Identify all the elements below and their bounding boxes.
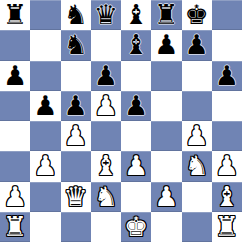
square-f6[interactable]	[151, 61, 181, 91]
square-c4[interactable]: ♟	[61, 121, 91, 151]
square-b4[interactable]	[30, 121, 60, 151]
square-e2[interactable]	[121, 182, 151, 212]
white-pawn-icon: ♟	[215, 151, 239, 181]
square-b1[interactable]	[30, 212, 60, 242]
square-f3[interactable]	[151, 151, 181, 181]
chess-board-wrapper: ♜♞♛♝♜♚♞♝♟♟♟♟♟♟♟♟♟♟♟♟♝♟♞♟♟♛♞♟♝♜♚♜	[0, 0, 242, 242]
square-h5[interactable]	[212, 91, 242, 121]
square-g1[interactable]	[182, 212, 212, 242]
square-g3[interactable]: ♞	[182, 151, 212, 181]
square-b2[interactable]	[30, 182, 60, 212]
white-pawn-icon: ♟	[124, 151, 148, 181]
square-h6[interactable]: ♟	[212, 61, 242, 91]
square-a5[interactable]	[0, 91, 30, 121]
square-c7[interactable]: ♞	[61, 30, 91, 60]
black-bishop-icon: ♝	[124, 30, 148, 60]
square-d6[interactable]: ♟	[91, 61, 121, 91]
square-f1[interactable]	[151, 212, 181, 242]
black-pawn-icon: ♟	[64, 91, 88, 121]
white-bishop-icon: ♝	[215, 182, 239, 212]
black-king-icon: ♚	[185, 0, 209, 30]
white-knight-icon: ♞	[94, 182, 118, 212]
square-a7[interactable]	[0, 30, 30, 60]
square-g5[interactable]	[182, 91, 212, 121]
black-pawn-icon: ♟	[33, 91, 57, 121]
white-pawn-icon: ♟	[64, 121, 88, 151]
square-a8[interactable]: ♜	[0, 0, 30, 30]
square-h2[interactable]: ♝	[212, 182, 242, 212]
white-rook-icon: ♜	[215, 212, 239, 242]
square-f2[interactable]: ♟	[151, 182, 181, 212]
black-rook-icon: ♜	[3, 0, 27, 30]
square-g2[interactable]	[182, 182, 212, 212]
white-pawn-icon: ♟	[154, 182, 178, 212]
white-knight-icon: ♞	[185, 151, 209, 181]
square-f8[interactable]: ♜	[151, 0, 181, 30]
square-d3[interactable]: ♝	[91, 151, 121, 181]
square-d8[interactable]: ♛	[91, 0, 121, 30]
square-a1[interactable]: ♜	[0, 212, 30, 242]
white-king-icon: ♚	[124, 212, 148, 242]
square-b7[interactable]	[30, 30, 60, 60]
square-d1[interactable]	[91, 212, 121, 242]
square-d7[interactable]	[91, 30, 121, 60]
square-f7[interactable]: ♟	[151, 30, 181, 60]
square-d2[interactable]: ♞	[91, 182, 121, 212]
square-e4[interactable]	[121, 121, 151, 151]
square-c3[interactable]	[61, 151, 91, 181]
square-h1[interactable]: ♜	[212, 212, 242, 242]
chess-board: ♜♞♛♝♜♚♞♝♟♟♟♟♟♟♟♟♟♟♟♟♝♟♞♟♟♛♞♟♝♜♚♜	[0, 0, 242, 242]
square-e1[interactable]: ♚	[121, 212, 151, 242]
white-queen-icon: ♛	[64, 182, 88, 212]
black-bishop-icon: ♝	[124, 0, 148, 30]
white-pawn-icon: ♟	[94, 91, 118, 121]
square-a4[interactable]	[0, 121, 30, 151]
square-a6[interactable]: ♟	[0, 61, 30, 91]
square-c1[interactable]	[61, 212, 91, 242]
black-knight-icon: ♞	[64, 0, 88, 30]
square-h7[interactable]	[212, 30, 242, 60]
square-f5[interactable]	[151, 91, 181, 121]
black-pawn-icon: ♟	[94, 61, 118, 91]
white-bishop-icon: ♝	[94, 151, 118, 181]
square-c8[interactable]: ♞	[61, 0, 91, 30]
square-g6[interactable]	[182, 61, 212, 91]
square-a2[interactable]: ♟	[0, 182, 30, 212]
black-pawn-icon: ♟	[185, 30, 209, 60]
white-pawn-icon: ♟	[185, 121, 209, 151]
black-knight-icon: ♞	[64, 30, 88, 60]
square-a3[interactable]	[0, 151, 30, 181]
square-b3[interactable]: ♟	[30, 151, 60, 181]
square-g7[interactable]: ♟	[182, 30, 212, 60]
square-h4[interactable]	[212, 121, 242, 151]
square-e6[interactable]	[121, 61, 151, 91]
square-c5[interactable]: ♟	[61, 91, 91, 121]
square-b5[interactable]: ♟	[30, 91, 60, 121]
square-d4[interactable]	[91, 121, 121, 151]
square-g8[interactable]: ♚	[182, 0, 212, 30]
square-h8[interactable]	[212, 0, 242, 30]
square-f4[interactable]	[151, 121, 181, 151]
black-rook-icon: ♜	[154, 0, 178, 30]
square-e3[interactable]: ♟	[121, 151, 151, 181]
square-e5[interactable]: ♟	[121, 91, 151, 121]
square-d5[interactable]: ♟	[91, 91, 121, 121]
square-c6[interactable]	[61, 61, 91, 91]
black-pawn-icon: ♟	[215, 61, 239, 91]
square-c2[interactable]: ♛	[61, 182, 91, 212]
square-b8[interactable]	[30, 0, 60, 30]
white-pawn-icon: ♟	[3, 182, 27, 212]
black-pawn-icon: ♟	[154, 30, 178, 60]
square-e8[interactable]: ♝	[121, 0, 151, 30]
white-rook-icon: ♜	[3, 212, 27, 242]
square-h3[interactable]: ♟	[212, 151, 242, 181]
black-pawn-icon: ♟	[124, 91, 148, 121]
white-pawn-icon: ♟	[33, 151, 57, 181]
black-queen-icon: ♛	[94, 0, 118, 30]
black-pawn-icon: ♟	[3, 61, 27, 91]
square-g4[interactable]: ♟	[182, 121, 212, 151]
square-b6[interactable]	[30, 61, 60, 91]
square-e7[interactable]: ♝	[121, 30, 151, 60]
